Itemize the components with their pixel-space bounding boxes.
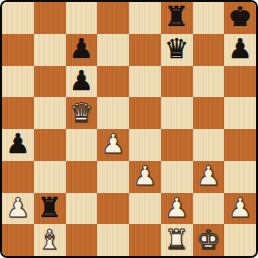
square-b5[interactable] (34, 97, 66, 129)
square-g4[interactable] (193, 129, 225, 161)
white-queen[interactable]: ♛ (69, 99, 93, 126)
square-e2[interactable] (129, 193, 161, 225)
square-g7[interactable] (193, 34, 225, 66)
square-c3[interactable] (66, 161, 98, 193)
square-b6[interactable] (34, 66, 66, 98)
square-f4[interactable] (161, 129, 193, 161)
square-h5[interactable] (224, 97, 256, 129)
square-b4[interactable] (34, 129, 66, 161)
square-a1[interactable] (2, 224, 34, 256)
square-d1[interactable] (97, 224, 129, 256)
square-c4[interactable] (66, 129, 98, 161)
square-a2[interactable]: ♟ (2, 193, 34, 225)
white-pawn[interactable]: ♟ (6, 194, 30, 221)
square-e6[interactable] (129, 66, 161, 98)
square-e1[interactable] (129, 224, 161, 256)
square-h7[interactable]: ♟ (224, 34, 256, 66)
square-a4[interactable]: ♟ (2, 129, 34, 161)
white-bishop[interactable]: ♝ (38, 226, 62, 253)
square-a6[interactable] (2, 66, 34, 98)
square-d4[interactable]: ♟ (97, 129, 129, 161)
square-a8[interactable] (2, 2, 34, 34)
square-a7[interactable] (2, 34, 34, 66)
square-b7[interactable] (34, 34, 66, 66)
black-king[interactable]: ♚ (228, 3, 252, 30)
square-e3[interactable]: ♟ (129, 161, 161, 193)
square-f5[interactable] (161, 97, 193, 129)
square-f2[interactable]: ♟ (161, 193, 193, 225)
white-pawn[interactable]: ♟ (101, 130, 125, 157)
square-c2[interactable] (66, 193, 98, 225)
chess-board-container: ♜♚♟♛♟♟♛♟♟♟♟♟♜♟♟♝♜♚ (0, 0, 258, 258)
white-rook[interactable]: ♜ (165, 226, 189, 253)
white-pawn[interactable]: ♟ (133, 162, 157, 189)
square-d2[interactable] (97, 193, 129, 225)
square-g1[interactable]: ♚ (193, 224, 225, 256)
square-h4[interactable] (224, 129, 256, 161)
square-f6[interactable] (161, 66, 193, 98)
square-a3[interactable] (2, 161, 34, 193)
square-d6[interactable] (97, 66, 129, 98)
square-b3[interactable] (34, 161, 66, 193)
square-b1[interactable]: ♝ (34, 224, 66, 256)
square-b8[interactable] (34, 2, 66, 34)
black-pawn[interactable]: ♟ (228, 35, 252, 62)
square-g2[interactable] (193, 193, 225, 225)
black-pawn[interactable]: ♟ (69, 67, 93, 94)
square-c6[interactable]: ♟ (66, 66, 98, 98)
square-g5[interactable] (193, 97, 225, 129)
square-g6[interactable] (193, 66, 225, 98)
square-f8[interactable]: ♜ (161, 2, 193, 34)
white-pawn[interactable]: ♟ (196, 162, 220, 189)
square-h6[interactable] (224, 66, 256, 98)
square-h2[interactable]: ♟ (224, 193, 256, 225)
square-d8[interactable] (97, 2, 129, 34)
square-g8[interactable] (193, 2, 225, 34)
square-h1[interactable] (224, 224, 256, 256)
square-e7[interactable] (129, 34, 161, 66)
square-h3[interactable] (224, 161, 256, 193)
white-king[interactable]: ♚ (196, 226, 220, 253)
black-rook[interactable]: ♜ (38, 194, 62, 221)
chess-board: ♜♚♟♛♟♟♛♟♟♟♟♟♜♟♟♝♜♚ (0, 0, 258, 258)
square-d3[interactable] (97, 161, 129, 193)
square-h8[interactable]: ♚ (224, 2, 256, 34)
square-f7[interactable]: ♛ (161, 34, 193, 66)
square-a5[interactable] (2, 97, 34, 129)
square-c5[interactable]: ♛ (66, 97, 98, 129)
black-pawn[interactable]: ♟ (69, 35, 93, 62)
square-e8[interactable] (129, 2, 161, 34)
square-d7[interactable] (97, 34, 129, 66)
square-d5[interactable] (97, 97, 129, 129)
square-f3[interactable] (161, 161, 193, 193)
black-queen[interactable]: ♛ (165, 35, 189, 62)
square-e4[interactable] (129, 129, 161, 161)
white-pawn[interactable]: ♟ (228, 194, 252, 221)
square-c8[interactable] (66, 2, 98, 34)
white-pawn[interactable]: ♟ (165, 194, 189, 221)
square-f1[interactable]: ♜ (161, 224, 193, 256)
black-rook[interactable]: ♜ (165, 3, 189, 30)
black-pawn[interactable]: ♟ (6, 130, 30, 157)
square-e5[interactable] (129, 97, 161, 129)
square-b2[interactable]: ♜ (34, 193, 66, 225)
square-g3[interactable]: ♟ (193, 161, 225, 193)
square-c1[interactable] (66, 224, 98, 256)
square-c7[interactable]: ♟ (66, 34, 98, 66)
